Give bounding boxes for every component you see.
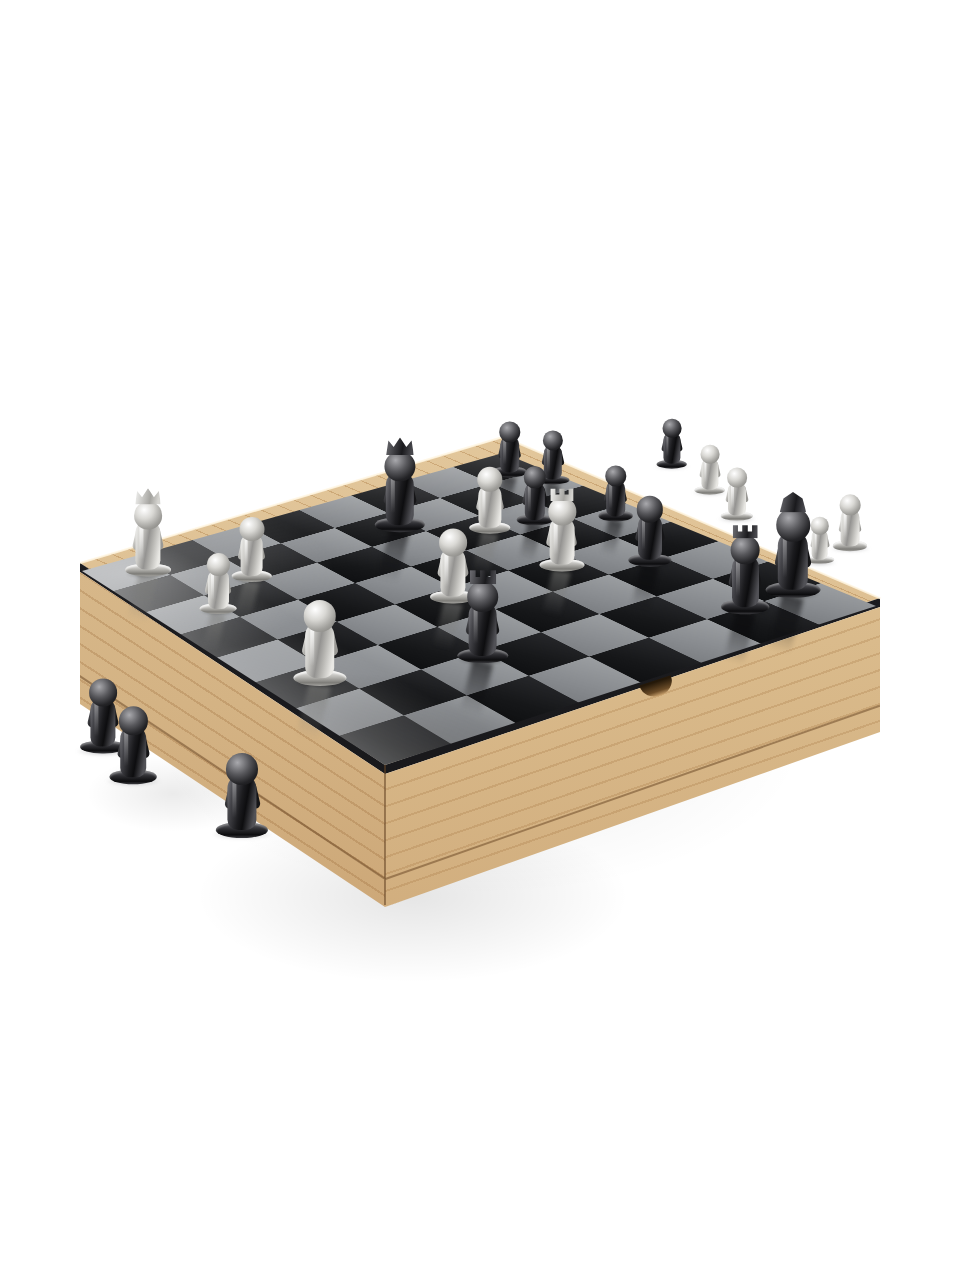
piece-head	[118, 706, 147, 735]
piece-head	[467, 581, 498, 612]
piece-reflection	[542, 568, 571, 617]
rook-castellation-icon	[732, 525, 757, 539]
piece-head	[477, 467, 502, 492]
piece-head	[304, 599, 336, 631]
piece-reflection	[297, 682, 331, 740]
queen-tulip-crown-icon	[386, 437, 414, 454]
piece-titanium-pawn-f7[interactable]	[614, 477, 686, 567]
piece-head	[206, 553, 229, 576]
piece-reflection	[723, 611, 754, 664]
chess-set-product-photo	[0, 0, 960, 1280]
piece-nickel-pawn-c1[interactable]	[187, 536, 250, 614]
piece-head	[548, 498, 576, 526]
rook-castellation-icon	[550, 488, 574, 501]
queen-tulip-crown-icon	[135, 488, 161, 504]
piece-nickel-rook-e6[interactable]	[524, 478, 600, 572]
piece-head	[226, 753, 258, 785]
piece-head	[730, 535, 760, 565]
piece-titanium-rook-h7[interactable]	[705, 513, 786, 614]
rook-castellation-icon	[470, 570, 496, 584]
piece-titanium-pawn-offboard-bP8[interactable]	[199, 730, 285, 838]
piece-titanium-pawn-offboard-bP7[interactable]	[93, 685, 172, 784]
pieces-layer	[0, 0, 960, 1280]
piece-reflection	[631, 563, 659, 610]
piece-nickel-queen-a1[interactable]	[109, 480, 186, 576]
piece-reflection	[201, 612, 225, 653]
piece-reflection	[127, 573, 157, 623]
piece-nickel-pawn-f1[interactable]	[276, 576, 364, 686]
piece-titanium-rook-g3[interactable]	[441, 558, 526, 663]
piece-reflection	[378, 529, 410, 583]
piece-head	[727, 468, 747, 488]
piece-head	[500, 422, 521, 443]
king-crown-icon	[780, 492, 807, 512]
piece-reflection	[460, 660, 493, 715]
